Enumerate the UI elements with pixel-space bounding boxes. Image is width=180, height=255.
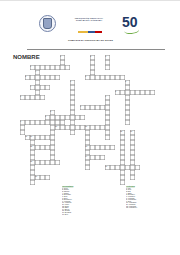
school-name-line2: JOSÉ MARÍA CÓRDOBA xyxy=(58,19,120,21)
cell-number: 14 xyxy=(85,155,87,157)
cell-number: 5 xyxy=(125,80,126,82)
cell-number: 3 xyxy=(105,55,106,57)
clues-down-list: 1. Uno2. Tres3. Dos4. Ocho5. Diecisiete6… xyxy=(126,187,180,208)
clue-item: 17. Diez xyxy=(62,213,124,215)
flag-color-bar xyxy=(78,31,102,33)
cell-number: 9 xyxy=(20,120,21,122)
clues-down-column: Verticales 1. Uno2. Tres3. Dos4. Ocho5. … xyxy=(126,185,180,255)
cell-number: 13 xyxy=(130,130,132,132)
crest-shield-icon xyxy=(43,18,52,29)
cell-number: 1 xyxy=(30,65,31,67)
cell-number: 10 xyxy=(55,125,57,127)
cell-number: 15 xyxy=(30,160,32,162)
cell-number: 7 xyxy=(105,95,106,97)
cell-number: 13 xyxy=(85,145,87,147)
name-row: NOMBRE xyxy=(13,45,167,51)
cell-number: 11 xyxy=(25,135,27,137)
cell-number: 7 xyxy=(80,105,81,107)
cell-number: 11 xyxy=(85,125,87,127)
cell-number: 17 xyxy=(35,175,37,177)
cell-number: 6 xyxy=(70,80,71,82)
anniversary-green-swoosh-icon xyxy=(124,26,140,35)
cell-number: 16 xyxy=(105,165,107,167)
cell-number: 4 xyxy=(30,85,31,87)
school-crest-logo xyxy=(39,15,56,32)
clues-across-list: 1. Trece2. Quince3. Catorce4. Cuatro5. D… xyxy=(62,187,124,215)
cell-number: 10 xyxy=(30,135,32,137)
cell-number: 6 xyxy=(20,95,21,97)
cell-number: 3 xyxy=(85,75,86,77)
name-blank-line[interactable] xyxy=(27,49,165,50)
worksheet-page: INSTITUCIÓN EDUCATIVA JOSÉ MARÍA CÓRDOBA… xyxy=(0,0,180,255)
cell-number: 1 xyxy=(60,55,61,57)
anniversary-50-logo: 50 xyxy=(122,14,144,36)
cell-number: 8 xyxy=(45,115,46,117)
cell-number: 2 xyxy=(25,75,26,77)
cell-number: 12 xyxy=(120,130,122,132)
cell-number: 4 xyxy=(35,70,36,72)
crossword-grid[interactable]: 1231423654567788910111213111012131415161… xyxy=(20,55,165,185)
cell-number: 8 xyxy=(50,110,51,112)
cell-number: 2 xyxy=(90,55,91,57)
clue-item: 13. Veintinueve xyxy=(126,207,180,209)
cell-number: 5 xyxy=(115,90,116,92)
cell-number: 12 xyxy=(30,145,32,147)
